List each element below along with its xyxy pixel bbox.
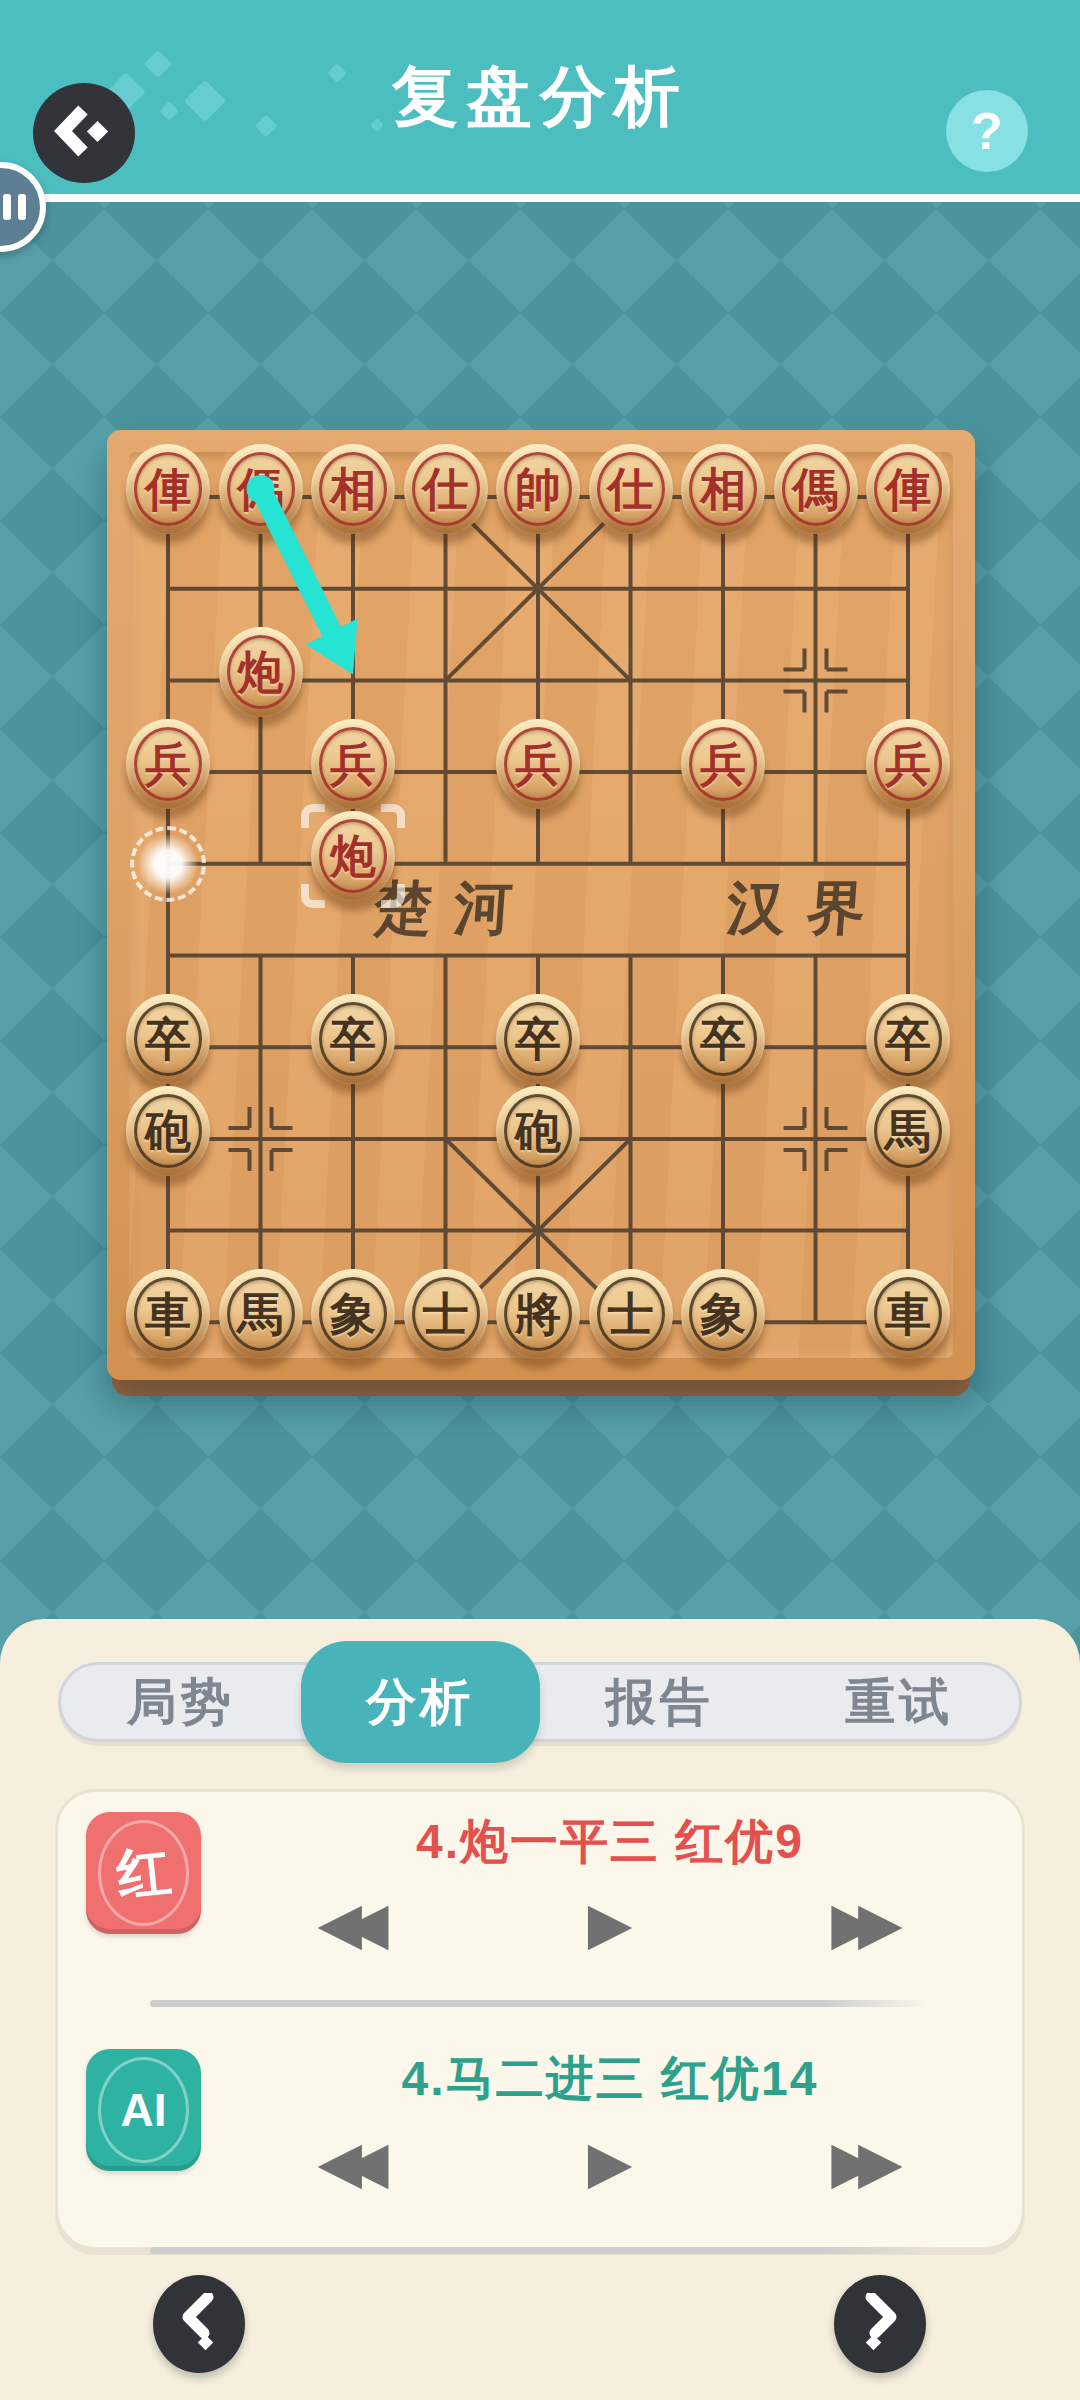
chevron-left-icon	[176, 2293, 222, 2355]
piece-black-king[interactable]: 將	[496, 1269, 580, 1359]
header-divider	[0, 194, 1080, 202]
piece-black-horse[interactable]: 馬	[219, 1269, 303, 1359]
piece-red-king[interactable]: 帥	[496, 444, 580, 534]
piece-red-pawn[interactable]: 兵	[866, 719, 950, 809]
piece-black-elephant[interactable]: 象	[681, 1269, 765, 1359]
pause-icon	[3, 194, 26, 220]
row-divider	[150, 2000, 930, 2007]
piece-red-pawn[interactable]: 兵	[126, 719, 210, 809]
piece-black-cannon[interactable]: 砲	[496, 1086, 580, 1176]
red-rewind-button[interactable]: ◀◀	[307, 1888, 398, 1958]
piece-red-elephant[interactable]: 相	[311, 444, 395, 534]
analysis-card: 红 4.炮一平三 红优9 ◀◀ ▶ ▶▶ AI 4.马二进三 红优14 ◀◀ ▶	[55, 1789, 1025, 2250]
red-playback-controls: ◀◀ ▶ ▶▶	[218, 1888, 1002, 1958]
piece-black-advisor[interactable]: 士	[404, 1269, 488, 1359]
screen: 复盘分析 ? 楚河 汉界 俥傌相仕帥仕相傌俥炮兵兵兵兵兵炮卒卒卒卒卒砲砲馬車馬象…	[0, 0, 1080, 2400]
piece-black-advisor[interactable]: 士	[589, 1269, 673, 1359]
piece-black-rook[interactable]: 車	[866, 1269, 950, 1359]
piece-red-pawn[interactable]: 兵	[311, 719, 395, 809]
tab-report[interactable]: 报告	[540, 1665, 780, 1739]
piece-black-horse[interactable]: 馬	[866, 1086, 950, 1176]
piece-red-cannon[interactable]: 炮	[311, 811, 395, 901]
piece-red-horse[interactable]: 傌	[219, 444, 303, 534]
red-side-badge: 红	[86, 1812, 201, 1934]
tab-situation[interactable]: 局势	[61, 1665, 301, 1739]
tab-bar: 局势 分析 报告 重试	[58, 1662, 1022, 1742]
back-icon	[53, 104, 115, 162]
row-divider	[150, 2247, 930, 2254]
ai-move-row: AI 4.马二进三 红优14 ◀◀ ▶ ▶▶	[58, 2007, 1022, 2247]
piece-red-pawn[interactable]: 兵	[496, 719, 580, 809]
piece-black-pawn[interactable]: 卒	[311, 994, 395, 1084]
piece-black-cannon[interactable]: 砲	[126, 1086, 210, 1176]
red-move-row: 红 4.炮一平三 红优9 ◀◀ ▶ ▶▶	[58, 1792, 1022, 2000]
piece-black-pawn[interactable]: 卒	[496, 994, 580, 1084]
piece-red-pawn[interactable]: 兵	[681, 719, 765, 809]
piece-red-elephant[interactable]: 相	[681, 444, 765, 534]
piece-grid: 俥傌相仕帥仕相傌俥炮兵兵兵兵兵炮卒卒卒卒卒砲砲馬車馬象士將士象車	[122, 451, 955, 1368]
next-move-button[interactable]	[834, 2275, 926, 2373]
red-forward-button[interactable]: ▶▶	[821, 1888, 912, 1958]
ai-rewind-button[interactable]: ◀◀	[307, 2127, 398, 2197]
red-play-button[interactable]: ▶	[578, 1888, 643, 1958]
piece-black-pawn[interactable]: 卒	[681, 994, 765, 1084]
tab-analysis[interactable]: 分析	[301, 1641, 541, 1763]
piece-black-rook[interactable]: 車	[126, 1269, 210, 1359]
red-move-text: 4.炮一平三 红优9	[218, 1810, 1002, 1874]
ai-playback-controls: ◀◀ ▶ ▶▶	[218, 2127, 1002, 2197]
chevron-right-icon	[857, 2293, 903, 2355]
piece-red-rook[interactable]: 俥	[866, 444, 950, 534]
ai-forward-button[interactable]: ▶▶	[821, 2127, 912, 2197]
question-mark-icon: ?	[971, 101, 1003, 161]
back-button[interactable]	[33, 83, 135, 183]
piece-red-rook[interactable]: 俥	[126, 444, 210, 534]
tab-retry[interactable]: 重试	[780, 1665, 1020, 1739]
bottom-panel: 局势 分析 报告 重试 红 4.炮一平三 红优9 ◀◀ ▶ ▶▶ AI	[0, 1619, 1080, 2400]
ai-play-button[interactable]: ▶	[578, 2127, 643, 2197]
piece-red-cannon[interactable]: 炮	[219, 627, 303, 717]
ai-badge: AI	[86, 2049, 201, 2171]
piece-black-pawn[interactable]: 卒	[126, 994, 210, 1084]
piece-red-advisor[interactable]: 仕	[404, 444, 488, 534]
piece-black-pawn[interactable]: 卒	[866, 994, 950, 1084]
piece-black-elephant[interactable]: 象	[311, 1269, 395, 1359]
page-title: 复盘分析	[0, 0, 1080, 194]
piece-red-advisor[interactable]: 仕	[589, 444, 673, 534]
help-button[interactable]: ?	[946, 90, 1028, 172]
xiangqi-board[interactable]: 楚河 汉界 俥傌相仕帥仕相傌俥炮兵兵兵兵兵炮卒卒卒卒卒砲砲馬車馬象士將士象車	[107, 430, 975, 1380]
prev-move-button[interactable]	[153, 2275, 245, 2373]
ai-move-text: 4.马二进三 红优14	[218, 2047, 1002, 2111]
piece-red-horse[interactable]: 傌	[774, 444, 858, 534]
